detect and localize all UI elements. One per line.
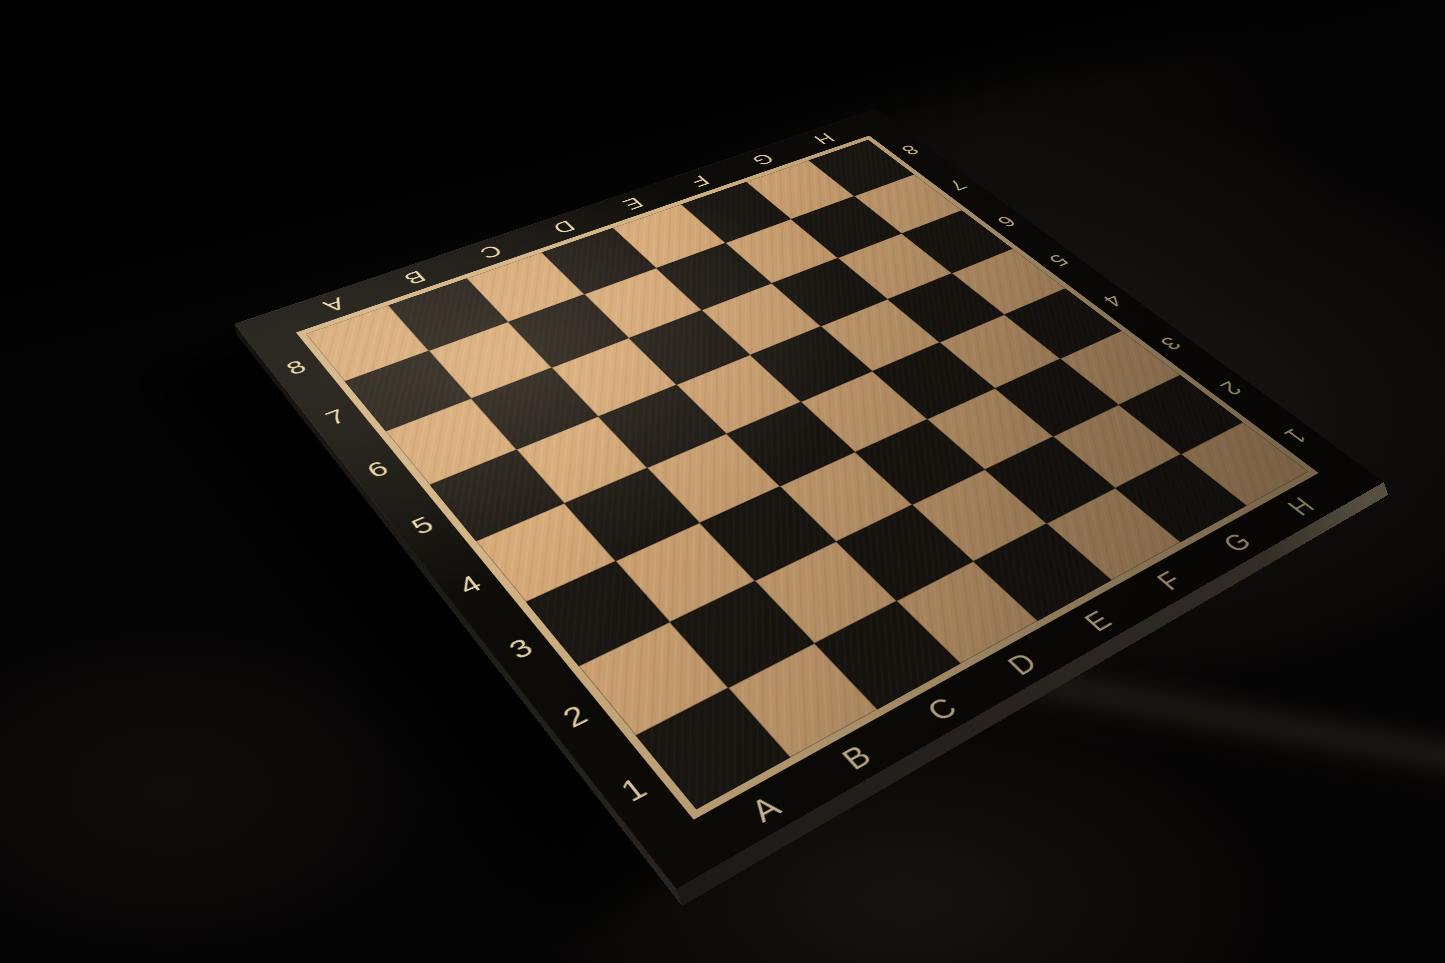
scene: AA88BB77CC66DD55EE44FF33GG22HH11 (0, 0, 1445, 963)
